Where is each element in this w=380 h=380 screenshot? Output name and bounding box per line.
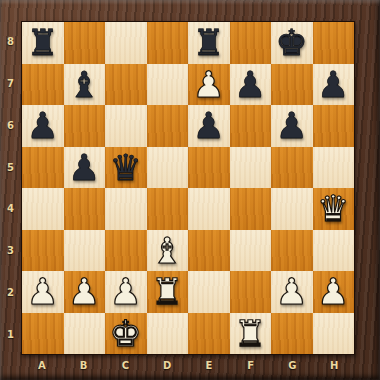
piece-black-rook[interactable]: ♜ — [193, 22, 225, 63]
square-h2[interactable]: ♟ — [313, 271, 355, 313]
square-g5[interactable] — [271, 147, 313, 189]
piece-white-rook[interactable]: ♜ — [151, 271, 183, 312]
chess-board-frame: 87654321 ABCDEFGH ♜♜♚♝♟♟♟♟♟♟♟♛♛♝♟♟♟♜♟♟♚♜ — [0, 0, 380, 380]
piece-white-pawn[interactable]: ♟ — [27, 271, 59, 312]
square-c1[interactable]: ♚ — [105, 313, 147, 355]
square-c8[interactable] — [105, 22, 147, 64]
file-label-a: A — [21, 355, 63, 376]
rank-label-8: 8 — [0, 21, 21, 63]
file-label-h: H — [313, 355, 355, 376]
square-f6[interactable] — [230, 105, 272, 147]
square-e8[interactable]: ♜ — [188, 22, 230, 64]
file-label-f: F — [230, 355, 272, 376]
piece-black-pawn[interactable]: ♟ — [276, 105, 308, 146]
piece-black-queen[interactable]: ♛ — [110, 147, 142, 188]
square-d2[interactable]: ♜ — [147, 271, 189, 313]
piece-black-pawn[interactable]: ♟ — [317, 64, 349, 105]
rank-label-4: 4 — [0, 188, 21, 230]
square-h8[interactable] — [313, 22, 355, 64]
square-b8[interactable] — [64, 22, 106, 64]
file-labels: ABCDEFGH — [21, 355, 355, 376]
rank-label-7: 7 — [0, 63, 21, 105]
rank-label-2: 2 — [0, 272, 21, 314]
piece-white-pawn[interactable]: ♟ — [193, 64, 225, 105]
rank-label-5: 5 — [0, 146, 21, 188]
piece-black-rook[interactable]: ♜ — [27, 22, 59, 63]
square-b3[interactable] — [64, 230, 106, 272]
piece-black-pawn[interactable]: ♟ — [68, 147, 100, 188]
piece-black-king[interactable]: ♚ — [276, 22, 308, 63]
square-b4[interactable] — [64, 188, 106, 230]
file-label-e: E — [188, 355, 230, 376]
square-c3[interactable] — [105, 230, 147, 272]
file-label-c: C — [105, 355, 147, 376]
square-a5[interactable] — [22, 147, 64, 189]
piece-black-pawn[interactable]: ♟ — [27, 105, 59, 146]
square-b7[interactable]: ♝ — [64, 64, 106, 106]
piece-white-pawn[interactable]: ♟ — [276, 271, 308, 312]
square-c2[interactable]: ♟ — [105, 271, 147, 313]
square-e4[interactable] — [188, 188, 230, 230]
square-c5[interactable]: ♛ — [105, 147, 147, 189]
square-e7[interactable]: ♟ — [188, 64, 230, 106]
square-h3[interactable] — [313, 230, 355, 272]
square-e1[interactable] — [188, 313, 230, 355]
board-border: ♜♜♚♝♟♟♟♟♟♟♟♛♛♝♟♟♟♜♟♟♚♜ — [21, 21, 355, 355]
square-f7[interactable]: ♟ — [230, 64, 272, 106]
square-f4[interactable] — [230, 188, 272, 230]
square-g1[interactable] — [271, 313, 313, 355]
square-e6[interactable]: ♟ — [188, 105, 230, 147]
square-b2[interactable]: ♟ — [64, 271, 106, 313]
square-g7[interactable] — [271, 64, 313, 106]
piece-black-bishop[interactable]: ♝ — [68, 64, 100, 105]
square-f8[interactable] — [230, 22, 272, 64]
square-f2[interactable] — [230, 271, 272, 313]
file-label-d: D — [146, 355, 188, 376]
square-h7[interactable]: ♟ — [313, 64, 355, 106]
square-b5[interactable]: ♟ — [64, 147, 106, 189]
square-d7[interactable] — [147, 64, 189, 106]
square-g4[interactable] — [271, 188, 313, 230]
square-g3[interactable] — [271, 230, 313, 272]
piece-white-bishop[interactable]: ♝ — [151, 230, 183, 271]
square-e5[interactable] — [188, 147, 230, 189]
square-b6[interactable] — [64, 105, 106, 147]
square-d1[interactable] — [147, 313, 189, 355]
square-c7[interactable] — [105, 64, 147, 106]
square-g8[interactable]: ♚ — [271, 22, 313, 64]
piece-black-pawn[interactable]: ♟ — [234, 64, 266, 105]
square-d4[interactable] — [147, 188, 189, 230]
piece-white-queen[interactable]: ♛ — [317, 188, 349, 229]
rank-labels: 87654321 — [0, 21, 21, 355]
rank-label-3: 3 — [0, 230, 21, 272]
square-a6[interactable]: ♟ — [22, 105, 64, 147]
square-h4[interactable]: ♛ — [313, 188, 355, 230]
file-label-b: B — [63, 355, 105, 376]
square-g2[interactable]: ♟ — [271, 271, 313, 313]
piece-white-king[interactable]: ♚ — [110, 313, 142, 354]
square-f3[interactable] — [230, 230, 272, 272]
square-f5[interactable] — [230, 147, 272, 189]
square-a8[interactable]: ♜ — [22, 22, 64, 64]
rank-label-6: 6 — [0, 105, 21, 147]
square-h6[interactable] — [313, 105, 355, 147]
square-a7[interactable] — [22, 64, 64, 106]
square-a3[interactable] — [22, 230, 64, 272]
rank-label-1: 1 — [0, 313, 21, 355]
chess-board: ♜♜♚♝♟♟♟♟♟♟♟♛♛♝♟♟♟♜♟♟♚♜ — [22, 22, 354, 354]
piece-white-pawn[interactable]: ♟ — [110, 271, 142, 312]
square-h5[interactable] — [313, 147, 355, 189]
square-e2[interactable] — [188, 271, 230, 313]
square-b1[interactable] — [64, 313, 106, 355]
square-d5[interactable] — [147, 147, 189, 189]
square-a4[interactable] — [22, 188, 64, 230]
piece-white-pawn[interactable]: ♟ — [317, 271, 349, 312]
square-h1[interactable] — [313, 313, 355, 355]
piece-white-pawn[interactable]: ♟ — [68, 271, 100, 312]
square-c6[interactable] — [105, 105, 147, 147]
square-d6[interactable] — [147, 105, 189, 147]
square-f1[interactable]: ♜ — [230, 313, 272, 355]
file-label-g: G — [272, 355, 314, 376]
square-g6[interactable]: ♟ — [271, 105, 313, 147]
square-e3[interactable] — [188, 230, 230, 272]
piece-white-rook[interactable]: ♜ — [234, 313, 266, 354]
square-a2[interactable]: ♟ — [22, 271, 64, 313]
square-d3[interactable]: ♝ — [147, 230, 189, 272]
square-c4[interactable] — [105, 188, 147, 230]
square-a1[interactable] — [22, 313, 64, 355]
square-d8[interactable] — [147, 22, 189, 64]
piece-black-pawn[interactable]: ♟ — [193, 105, 225, 146]
